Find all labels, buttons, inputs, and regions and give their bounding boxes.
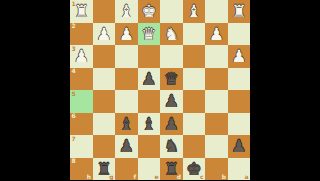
square-a4[interactable] xyxy=(228,68,251,91)
white-pawn-f2[interactable]: ♟ xyxy=(119,22,134,45)
black-king-c8[interactable]: ♚ xyxy=(186,157,201,180)
white-pawn-g2[interactable]: ♟ xyxy=(96,22,111,45)
square-a8[interactable]: a xyxy=(228,158,251,181)
square-a7[interactable]: ♟ xyxy=(228,135,251,158)
square-d4[interactable]: ♛ xyxy=(160,68,183,91)
file-label-b: b xyxy=(222,174,226,180)
white-knight-d2[interactable]: ♞ xyxy=(164,22,179,45)
square-f4[interactable] xyxy=(115,68,138,91)
rank-label-6: 6 xyxy=(72,113,76,119)
square-h1[interactable]: 1♜ xyxy=(70,0,93,23)
square-d8[interactable]: d♜ xyxy=(160,158,183,181)
square-b1[interactable] xyxy=(205,0,228,23)
file-label-e: e xyxy=(154,174,158,180)
white-bishop-f1[interactable]: ♝ xyxy=(119,0,134,22)
square-g7[interactable] xyxy=(93,135,116,158)
white-rook-h1[interactable]: ♜ xyxy=(74,0,89,22)
file-label-h: h xyxy=(87,174,91,180)
square-e8[interactable]: e xyxy=(138,158,161,181)
square-e5[interactable] xyxy=(138,90,161,113)
rank-label-7: 7 xyxy=(72,136,76,142)
black-pawn-d5[interactable]: ♟ xyxy=(164,90,179,113)
square-b2[interactable]: ♟ xyxy=(205,23,228,46)
square-h3[interactable]: 3♟ xyxy=(70,45,93,68)
square-c8[interactable]: c♚ xyxy=(183,158,206,181)
square-c6[interactable] xyxy=(183,113,206,136)
square-f3[interactable] xyxy=(115,45,138,68)
square-b5[interactable] xyxy=(205,90,228,113)
square-f1[interactable]: ♝ xyxy=(115,0,138,23)
square-b7[interactable] xyxy=(205,135,228,158)
square-a5[interactable] xyxy=(228,90,251,113)
square-f7[interactable]: ♟ xyxy=(115,135,138,158)
square-g8[interactable]: g♜ xyxy=(93,158,116,181)
square-h4[interactable]: 4 xyxy=(70,68,93,91)
square-g3[interactable] xyxy=(93,45,116,68)
black-pawn-f7[interactable]: ♟ xyxy=(119,135,134,158)
black-pawn-a7[interactable]: ♟ xyxy=(231,135,246,158)
square-h6[interactable]: 6 xyxy=(70,113,93,136)
black-pawn-d6[interactable]: ♟ xyxy=(164,112,179,135)
black-knight-d7[interactable]: ♞ xyxy=(164,135,179,158)
black-bishop-e6[interactable]: ♝ xyxy=(141,112,156,135)
square-h8[interactable]: 8h xyxy=(70,158,93,181)
black-rook-d8[interactable]: ♜ xyxy=(164,157,179,180)
square-d1[interactable] xyxy=(160,0,183,23)
white-queen-e2[interactable]: ♛ xyxy=(141,22,156,45)
black-pawn-e4[interactable]: ♟ xyxy=(141,67,156,90)
square-h2[interactable]: 2 xyxy=(70,23,93,46)
rank-label-8: 8 xyxy=(72,158,76,164)
white-king-e1[interactable]: ♚ xyxy=(141,0,156,22)
square-c2[interactable] xyxy=(183,23,206,46)
black-bishop-f6[interactable]: ♝ xyxy=(119,112,134,135)
square-a6[interactable] xyxy=(228,113,251,136)
square-a1[interactable]: ♜ xyxy=(228,0,251,23)
square-b4[interactable] xyxy=(205,68,228,91)
square-h5[interactable]: 5 xyxy=(70,90,93,113)
rank-label-5: 5 xyxy=(72,91,76,97)
square-b8[interactable]: b xyxy=(205,158,228,181)
square-g1[interactable] xyxy=(93,0,116,23)
file-label-f: f xyxy=(133,174,136,180)
white-pawn-h3[interactable]: ♟ xyxy=(74,45,89,68)
square-b3[interactable] xyxy=(205,45,228,68)
chess-board: 1♜♝♚♝♜2♟♟♛♞♟3♟♟4♟♛5♟6♝♝♟7♟♞♟8hg♜fed♜c♚ba xyxy=(70,0,250,180)
square-e7[interactable] xyxy=(138,135,161,158)
square-a3[interactable]: ♟ xyxy=(228,45,251,68)
file-label-a: a xyxy=(244,174,248,180)
square-e2[interactable]: ♛ xyxy=(138,23,161,46)
square-f6[interactable]: ♝ xyxy=(115,113,138,136)
square-g4[interactable] xyxy=(93,68,116,91)
square-g5[interactable] xyxy=(93,90,116,113)
square-e4[interactable]: ♟ xyxy=(138,68,161,91)
white-pawn-b2[interactable]: ♟ xyxy=(209,22,224,45)
right-letterbox xyxy=(250,0,320,180)
square-c1[interactable]: ♝ xyxy=(183,0,206,23)
square-d5[interactable]: ♟ xyxy=(160,90,183,113)
black-queen-d4[interactable]: ♛ xyxy=(164,67,179,90)
black-rook-g8[interactable]: ♜ xyxy=(96,157,111,180)
white-rook-a1[interactable]: ♜ xyxy=(231,0,246,22)
square-c3[interactable] xyxy=(183,45,206,68)
square-b6[interactable] xyxy=(205,113,228,136)
rank-label-2: 2 xyxy=(72,23,76,29)
square-g2[interactable]: ♟ xyxy=(93,23,116,46)
square-g6[interactable] xyxy=(93,113,116,136)
square-a2[interactable] xyxy=(228,23,251,46)
square-c7[interactable] xyxy=(183,135,206,158)
rank-label-4: 4 xyxy=(72,68,76,74)
app-window: 1♜♝♚♝♜2♟♟♛♞♟3♟♟4♟♛5♟6♝♝♟7♟♞♟8hg♜fed♜c♚ba xyxy=(0,0,320,180)
square-f5[interactable] xyxy=(115,90,138,113)
square-d2[interactable]: ♞ xyxy=(160,23,183,46)
square-f2[interactable]: ♟ xyxy=(115,23,138,46)
square-e1[interactable]: ♚ xyxy=(138,0,161,23)
square-d7[interactable]: ♞ xyxy=(160,135,183,158)
white-pawn-a3[interactable]: ♟ xyxy=(231,45,246,68)
square-e3[interactable] xyxy=(138,45,161,68)
white-bishop-c1[interactable]: ♝ xyxy=(186,0,201,22)
square-e6[interactable]: ♝ xyxy=(138,113,161,136)
square-d6[interactable]: ♟ xyxy=(160,113,183,136)
square-f8[interactable]: f xyxy=(115,158,138,181)
square-d3[interactable] xyxy=(160,45,183,68)
square-c4[interactable] xyxy=(183,68,206,91)
square-h7[interactable]: 7 xyxy=(70,135,93,158)
left-letterbox xyxy=(0,0,70,180)
square-c5[interactable] xyxy=(183,90,206,113)
